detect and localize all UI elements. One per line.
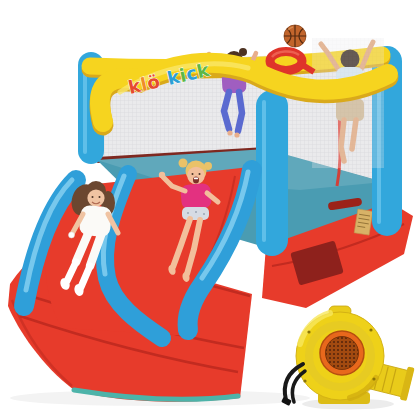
- pink-girl-teeth: [194, 178, 198, 180]
- purple-girl-foot: [234, 132, 239, 137]
- pink-girl-eye: [199, 173, 201, 175]
- white-girl-eye: [99, 196, 101, 198]
- pink-girl-eye: [192, 173, 194, 175]
- purple-girl-ponytail: [239, 48, 247, 56]
- white-girl-eye: [92, 196, 94, 198]
- pink-girl-fist: [159, 172, 165, 178]
- white-girl-wristband: [69, 232, 75, 238]
- white-girl-shirt: [79, 205, 113, 238]
- pink-girl-mouth: [193, 176, 199, 183]
- pink-girl-pigtail: [179, 159, 188, 168]
- scene-canvas: klökick: [0, 0, 416, 416]
- grille-mesh: [326, 337, 359, 370]
- pink-girl-shorts: [182, 207, 209, 220]
- product-photo: klökick: [0, 0, 416, 416]
- air-blower: [281, 306, 415, 410]
- purple-girl-foot: [227, 130, 232, 135]
- pink-girl-shirt: [180, 183, 212, 211]
- purple-girl-right-leg: [238, 92, 242, 131]
- basketball: [284, 25, 306, 47]
